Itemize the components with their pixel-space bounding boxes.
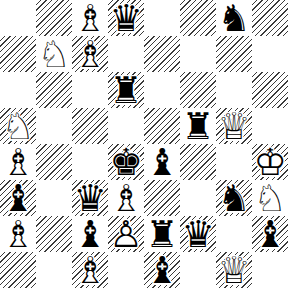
white-king-piece[interactable]: ♚♔ <box>252 144 288 180</box>
square-c6[interactable] <box>72 72 108 108</box>
square-g5[interactable]: ♛♕ <box>216 108 252 144</box>
square-b6[interactable] <box>36 72 72 108</box>
square-c8[interactable]: ♝♗ <box>72 0 108 36</box>
black-bishop-piece[interactable]: ♝♝ <box>0 180 36 216</box>
square-b3[interactable] <box>36 180 72 216</box>
square-b2[interactable] <box>36 216 72 252</box>
square-f4[interactable] <box>180 144 216 180</box>
square-c7[interactable]: ♝♗ <box>72 36 108 72</box>
square-e3[interactable] <box>144 180 180 216</box>
white-bishop-piece[interactable]: ♝♗ <box>72 0 108 36</box>
black-bishop-piece[interactable]: ♝♝ <box>144 144 180 180</box>
black-knight-piece[interactable]: ♞♞ <box>216 180 252 216</box>
piece-glyph: ♝ <box>0 180 36 216</box>
square-b5[interactable] <box>36 108 72 144</box>
square-b8[interactable] <box>36 0 72 36</box>
piece-glyph: ♜ <box>108 72 144 108</box>
square-e8[interactable] <box>144 0 180 36</box>
square-b4[interactable] <box>36 144 72 180</box>
square-f8[interactable] <box>180 0 216 36</box>
square-g2[interactable] <box>216 216 252 252</box>
black-rook-piece[interactable]: ♜♜ <box>108 72 144 108</box>
square-a2[interactable]: ♝♗ <box>0 216 36 252</box>
white-knight-piece[interactable]: ♞♘ <box>0 108 36 144</box>
square-h1[interactable] <box>252 252 288 288</box>
square-d5[interactable] <box>108 108 144 144</box>
chess-board: ♝♗♛♛♞♞♞♘♝♗♜♜♞♘♜♜♛♕♝♗♚♚♝♝♚♔♝♝♛♛♝♗♞♞♞♘♝♗♝♝… <box>0 0 288 288</box>
square-b7[interactable]: ♞♘ <box>36 36 72 72</box>
square-c3[interactable]: ♛♛ <box>72 180 108 216</box>
square-b1[interactable] <box>36 252 72 288</box>
square-h2[interactable]: ♝♝ <box>252 216 288 252</box>
piece-glyph: ♗ <box>0 144 36 180</box>
square-a8[interactable] <box>0 0 36 36</box>
square-d6[interactable]: ♜♜ <box>108 72 144 108</box>
square-c2[interactable]: ♝♝ <box>72 216 108 252</box>
square-e7[interactable] <box>144 36 180 72</box>
square-h8[interactable] <box>252 0 288 36</box>
piece-glyph: ♞ <box>216 180 252 216</box>
piece-glyph: ♝ <box>144 252 180 288</box>
white-bishop-piece[interactable]: ♝♗ <box>72 36 108 72</box>
piece-glyph: ♘ <box>0 108 36 144</box>
square-h5[interactable] <box>252 108 288 144</box>
black-queen-piece[interactable]: ♛♛ <box>72 180 108 216</box>
white-bishop-piece[interactable]: ♝♗ <box>108 180 144 216</box>
piece-glyph: ♛ <box>72 180 108 216</box>
square-h6[interactable] <box>252 72 288 108</box>
white-bishop-piece[interactable]: ♝♗ <box>72 252 108 288</box>
black-queen-piece[interactable]: ♛♛ <box>180 216 216 252</box>
square-d8[interactable]: ♛♛ <box>108 0 144 36</box>
piece-glyph: ♗ <box>108 180 144 216</box>
black-bishop-piece[interactable]: ♝♝ <box>72 216 108 252</box>
piece-glyph: ♛ <box>180 216 216 252</box>
square-e4[interactable]: ♝♝ <box>144 144 180 180</box>
piece-glyph: ♜ <box>180 108 216 144</box>
piece-glyph: ♗ <box>72 252 108 288</box>
square-f5[interactable]: ♜♜ <box>180 108 216 144</box>
piece-glyph: ♘ <box>36 36 72 72</box>
square-h3[interactable]: ♞♘ <box>252 180 288 216</box>
square-g1[interactable]: ♛♕ <box>216 252 252 288</box>
black-king-piece[interactable]: ♚♚ <box>108 144 144 180</box>
square-f3[interactable] <box>180 180 216 216</box>
piece-glyph: ♗ <box>72 0 108 36</box>
square-g7[interactable] <box>216 36 252 72</box>
square-f6[interactable] <box>180 72 216 108</box>
piece-glyph: ♜ <box>144 216 180 252</box>
square-h7[interactable] <box>252 36 288 72</box>
black-knight-piece[interactable]: ♞♞ <box>216 0 252 36</box>
square-f2[interactable]: ♛♛ <box>180 216 216 252</box>
black-queen-piece[interactable]: ♛♛ <box>108 0 144 36</box>
piece-glyph: ♗ <box>72 36 108 72</box>
square-h4[interactable]: ♚♔ <box>252 144 288 180</box>
piece-glyph: ♚ <box>108 144 144 180</box>
square-d4[interactable]: ♚♚ <box>108 144 144 180</box>
square-d7[interactable] <box>108 36 144 72</box>
square-g6[interactable] <box>216 72 252 108</box>
square-a5[interactable]: ♞♘ <box>0 108 36 144</box>
piece-glyph: ♔ <box>252 144 288 180</box>
piece-glyph: ♝ <box>252 216 288 252</box>
square-a1[interactable] <box>0 252 36 288</box>
square-g3[interactable]: ♞♞ <box>216 180 252 216</box>
square-d2[interactable]: ♟♙ <box>108 216 144 252</box>
black-bishop-piece[interactable]: ♝♝ <box>144 252 180 288</box>
piece-glyph: ♗ <box>0 216 36 252</box>
piece-glyph: ♝ <box>144 144 180 180</box>
square-a3[interactable]: ♝♝ <box>0 180 36 216</box>
white-knight-piece[interactable]: ♞♘ <box>252 180 288 216</box>
white-pawn-piece[interactable]: ♟♙ <box>108 216 144 252</box>
square-g4[interactable] <box>216 144 252 180</box>
piece-glyph: ♙ <box>108 216 144 252</box>
square-d3[interactable]: ♝♗ <box>108 180 144 216</box>
square-a6[interactable] <box>0 72 36 108</box>
black-rook-piece[interactable]: ♜♜ <box>144 216 180 252</box>
piece-glyph: ♝ <box>72 216 108 252</box>
white-bishop-piece[interactable]: ♝♗ <box>0 216 36 252</box>
square-e2[interactable]: ♜♜ <box>144 216 180 252</box>
black-bishop-piece[interactable]: ♝♝ <box>252 216 288 252</box>
square-c4[interactable] <box>72 144 108 180</box>
square-e5[interactable] <box>144 108 180 144</box>
white-bishop-piece[interactable]: ♝♗ <box>0 144 36 180</box>
black-rook-piece[interactable]: ♜♜ <box>180 108 216 144</box>
square-c5[interactable] <box>72 108 108 144</box>
piece-glyph: ♞ <box>216 0 252 36</box>
piece-glyph: ♕ <box>216 108 252 144</box>
square-g8[interactable]: ♞♞ <box>216 0 252 36</box>
square-a4[interactable]: ♝♗ <box>0 144 36 180</box>
square-f1[interactable] <box>180 252 216 288</box>
white-queen-piece[interactable]: ♛♕ <box>216 252 252 288</box>
white-knight-piece[interactable]: ♞♘ <box>36 36 72 72</box>
square-d1[interactable] <box>108 252 144 288</box>
square-a7[interactable] <box>0 36 36 72</box>
square-c1[interactable]: ♝♗ <box>72 252 108 288</box>
piece-glyph: ♛ <box>108 0 144 36</box>
piece-glyph: ♕ <box>216 252 252 288</box>
square-f7[interactable] <box>180 36 216 72</box>
square-e1[interactable]: ♝♝ <box>144 252 180 288</box>
square-e6[interactable] <box>144 72 180 108</box>
piece-glyph: ♘ <box>252 180 288 216</box>
white-queen-piece[interactable]: ♛♕ <box>216 108 252 144</box>
